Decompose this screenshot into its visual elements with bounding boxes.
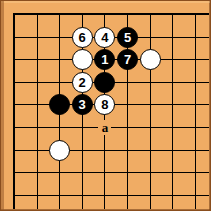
stone-white <box>49 140 70 161</box>
grid-line-vertical <box>37 13 38 209</box>
stone-black-5: 5 <box>117 27 138 48</box>
stone-white-4: 4 <box>94 27 115 48</box>
stone-black-1: 1 <box>94 49 115 70</box>
stone-white <box>140 49 161 70</box>
grid-line-vertical <box>195 13 196 209</box>
point-label-a: a <box>98 120 111 135</box>
grid-line-horizontal <box>13 172 209 173</box>
stone-black <box>49 94 70 115</box>
stone-black-3: 3 <box>72 94 93 115</box>
grid-line-horizontal <box>13 150 209 151</box>
grid-line-vertical <box>150 13 151 209</box>
stone-black <box>94 72 115 93</box>
grid-line-vertical <box>13 13 15 209</box>
stone-white-6: 6 <box>72 27 93 48</box>
grid-line-vertical <box>172 13 173 209</box>
stone-white-2: 2 <box>72 72 93 93</box>
grid-line-horizontal <box>13 13 209 15</box>
go-board: 64517238a <box>1 1 210 210</box>
stone-white-8: 8 <box>94 94 115 115</box>
stone-black-7: 7 <box>117 49 138 70</box>
grid-line-horizontal <box>13 195 209 196</box>
go-diagram: 64517238a <box>0 0 211 211</box>
stone-white <box>72 49 93 70</box>
